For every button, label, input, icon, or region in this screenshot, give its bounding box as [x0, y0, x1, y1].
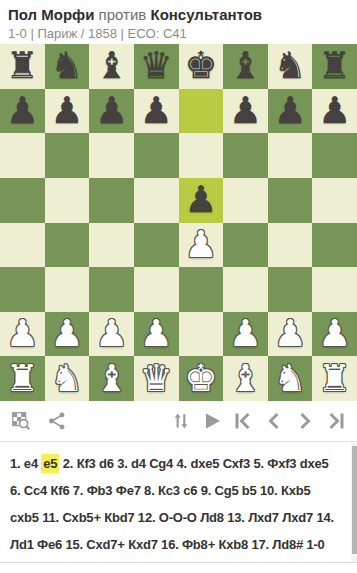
- black-pawn: ♟: [273, 89, 306, 133]
- black-pawn: ♟: [318, 89, 351, 133]
- skip-to-start-icon: [231, 409, 255, 433]
- white-pawn: ♟: [318, 312, 351, 356]
- white-king: ♚: [184, 357, 217, 401]
- black-knight: ♞: [50, 44, 83, 88]
- square-d8: ♛: [134, 44, 179, 89]
- square-c4: [89, 223, 134, 268]
- controls-right: [168, 406, 349, 436]
- game-title: Пол Морфи против Консультантов: [8, 5, 349, 24]
- white-bishop: ♝: [229, 357, 262, 401]
- square-h1: ♜: [312, 356, 357, 401]
- square-c7: ♟: [89, 89, 134, 134]
- square-a3: [0, 267, 45, 312]
- black-rook: ♜: [318, 44, 351, 88]
- skip-to-end-icon: [324, 409, 348, 433]
- white-pawn: ♟: [229, 312, 262, 356]
- square-e8: ♚: [179, 44, 224, 89]
- black-pawn: ♟: [6, 89, 39, 133]
- play-icon: [200, 409, 224, 433]
- go-previous-button[interactable]: [261, 406, 287, 436]
- versus-label: против: [99, 6, 147, 23]
- black-rook: ♜: [6, 44, 39, 88]
- square-g7: ♟: [268, 89, 313, 134]
- black-queen: ♛: [140, 44, 173, 88]
- autoplay-button[interactable]: [199, 406, 225, 436]
- square-a5: [0, 178, 45, 223]
- square-g5: [268, 178, 313, 223]
- square-a4: [0, 223, 45, 268]
- square-a8: ♜: [0, 44, 45, 89]
- flip-board-button[interactable]: [168, 406, 194, 436]
- go-next-button[interactable]: [292, 406, 318, 436]
- moves-scrollbar[interactable]: [351, 442, 357, 562]
- black-pawn: ♟: [184, 178, 217, 222]
- scrollbar-thumb[interactable]: [352, 446, 357, 554]
- page-bottom-spacer: [0, 563, 357, 573]
- go-last-button[interactable]: [323, 406, 349, 436]
- square-d5: [134, 178, 179, 223]
- square-f3: [223, 267, 268, 312]
- square-e5: ♟: [179, 178, 224, 223]
- square-c8: ♝: [89, 44, 134, 89]
- square-d6: [134, 133, 179, 178]
- square-f7: ♟: [223, 89, 268, 134]
- square-h8: ♜: [312, 44, 357, 89]
- square-e1: ♚: [179, 356, 224, 401]
- share-icon: [46, 410, 68, 432]
- controls-bar: [0, 401, 357, 441]
- square-h5: [312, 178, 357, 223]
- black-bishop: ♝: [229, 44, 262, 88]
- square-c2: ♟: [89, 312, 134, 357]
- square-f6: [223, 133, 268, 178]
- go-first-button[interactable]: [230, 406, 256, 436]
- black-pawn: ♟: [95, 89, 128, 133]
- game-header: Пол Морфи против Консультантов 1-0 | Пар…: [0, 0, 357, 44]
- white-pawn: ♟: [50, 312, 83, 356]
- square-b7: ♟: [45, 89, 90, 134]
- square-e6: [179, 133, 224, 178]
- square-c3: [89, 267, 134, 312]
- white-bishop: ♝: [95, 357, 128, 401]
- move-list: 1. e4 e5 2. Кf3 d6 3. d4 Сg4 4. dxe5 Сxf…: [0, 442, 357, 558]
- black-king: ♚: [184, 44, 217, 88]
- square-f4: [223, 223, 268, 268]
- white-queen: ♛: [140, 357, 173, 401]
- square-g6: [268, 133, 313, 178]
- square-b3: [45, 267, 90, 312]
- square-g3: [268, 267, 313, 312]
- square-c5: [89, 178, 134, 223]
- square-g8: ♞: [268, 44, 313, 89]
- square-h2: ♟: [312, 312, 357, 357]
- square-h7: ♟: [312, 89, 357, 134]
- square-b6: [45, 133, 90, 178]
- flip-board-icon: [171, 411, 191, 431]
- square-f8: ♝: [223, 44, 268, 89]
- square-e4: ♟: [179, 223, 224, 268]
- square-b8: ♞: [45, 44, 90, 89]
- white-pawn: ♟: [6, 312, 39, 356]
- board-search-icon: [10, 410, 32, 432]
- square-b5: [45, 178, 90, 223]
- white-rook: ♜: [6, 357, 39, 401]
- square-c6: [89, 133, 134, 178]
- white-knight: ♞: [50, 357, 83, 401]
- white-pawn: ♟: [273, 312, 306, 356]
- square-f2: ♟: [223, 312, 268, 357]
- square-d4: [134, 223, 179, 268]
- square-d1: ♛: [134, 356, 179, 401]
- move-list-panel: 1. e4 e5 2. Кf3 d6 3. d4 Сg4 4. dxe5 Сxf…: [0, 441, 357, 563]
- square-g2: ♟: [268, 312, 313, 357]
- share-button[interactable]: [44, 406, 70, 436]
- game-meta: 1-0 | Париж / 1858 | ECO: C41: [8, 26, 349, 42]
- square-a1: ♜: [0, 356, 45, 401]
- white-knight: ♞: [273, 357, 306, 401]
- chevron-right-icon: [293, 409, 317, 433]
- white-pawn: ♟: [140, 312, 173, 356]
- square-e3: [179, 267, 224, 312]
- moves-before-current: 1. e4: [10, 456, 41, 471]
- chess-board: ♜♞♝♛♚♝♞♜♟♟♟♟♟♟♟♟♟♟♟♟♟♟♟♟♜♞♝♛♚♝♞♜: [0, 44, 357, 401]
- black-pawn: ♟: [229, 89, 262, 133]
- black-knight: ♞: [273, 44, 306, 88]
- square-b2: ♟: [45, 312, 90, 357]
- square-e7: [179, 89, 224, 134]
- game-viewer: Пол Морфи против Консультантов 1-0 | Пар…: [0, 0, 357, 573]
- white-pawn: ♟: [95, 312, 128, 356]
- square-c1: ♝: [89, 356, 134, 401]
- square-a2: ♟: [0, 312, 45, 357]
- square-g4: [268, 223, 313, 268]
- board-search-button[interactable]: [8, 406, 34, 436]
- square-e2: [179, 312, 224, 357]
- square-h4: [312, 223, 357, 268]
- square-g1: ♞: [268, 356, 313, 401]
- square-d7: ♟: [134, 89, 179, 134]
- square-b4: [45, 223, 90, 268]
- chevron-left-icon: [262, 409, 286, 433]
- square-h3: [312, 267, 357, 312]
- black-pawn: ♟: [50, 89, 83, 133]
- square-f5: [223, 178, 268, 223]
- square-a6: [0, 133, 45, 178]
- white-player-name: Пол Морфи: [8, 6, 94, 23]
- black-pawn: ♟: [140, 89, 173, 133]
- square-d2: ♟: [134, 312, 179, 357]
- black-player-name: Консультантов: [150, 6, 262, 23]
- square-d3: [134, 267, 179, 312]
- white-pawn: ♟: [184, 223, 217, 267]
- controls-left: [8, 406, 70, 436]
- black-bishop: ♝: [95, 44, 128, 88]
- square-h6: [312, 133, 357, 178]
- white-rook: ♜: [318, 357, 351, 401]
- moves-after-current: 2. Кf3 d6 3. d4 Сg4 4. dxe5 Сxf3 5. Фxf3…: [10, 456, 334, 552]
- square-a7: ♟: [0, 89, 45, 134]
- square-f1: ♝: [223, 356, 268, 401]
- current-move-highlight: e5: [41, 454, 59, 473]
- square-b1: ♞: [45, 356, 90, 401]
